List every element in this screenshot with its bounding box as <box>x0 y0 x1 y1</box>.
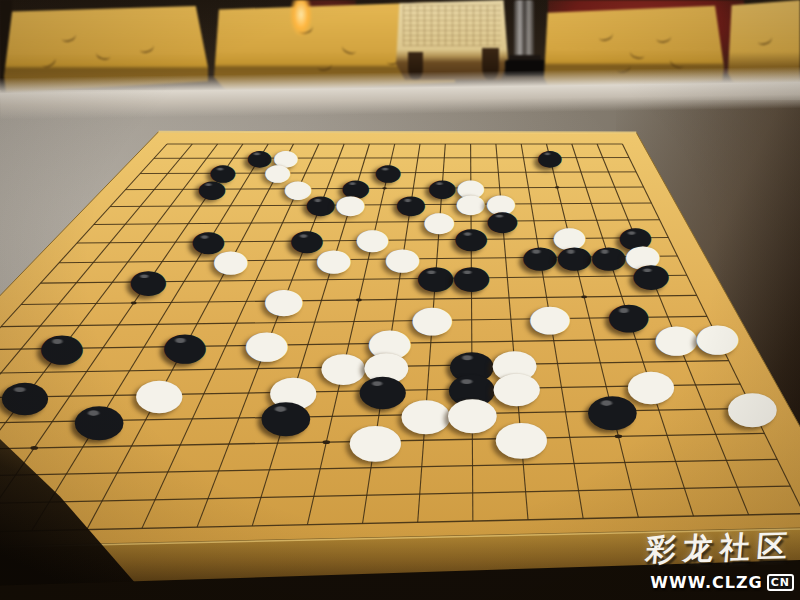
watermark: 彩龙社区 WWW.CLZG CN <box>646 528 794 592</box>
black-stone: ● <box>610 304 647 330</box>
stone-glint <box>427 271 435 275</box>
white-stone: ● <box>629 370 673 401</box>
stone-glint <box>300 234 307 238</box>
black-stone: ● <box>398 195 425 214</box>
stone-glint <box>275 407 286 412</box>
black-stone: ● <box>524 246 556 268</box>
black-stone: ● <box>132 269 165 292</box>
white-stone: ● <box>370 329 409 357</box>
white-stone: ● <box>215 249 247 271</box>
stone-glint <box>201 235 208 239</box>
stone-glint <box>53 339 62 344</box>
black-stone: ● <box>621 227 651 248</box>
white-stone: ● <box>698 324 737 352</box>
stone-glint <box>314 199 320 202</box>
stone-glint <box>436 182 442 185</box>
stone-glint <box>462 379 472 384</box>
black-stone: ● <box>451 350 492 379</box>
white-stone: ● <box>729 391 775 423</box>
stone-glint <box>496 215 503 218</box>
stone-glint <box>140 274 148 278</box>
black-stone: ● <box>211 165 235 182</box>
watermark-url: WWW.CLZG CN <box>646 573 794 592</box>
black-stone: ● <box>3 381 47 412</box>
stones-layer: ●●●●●●●●●●●●●●●●●●●●●●●●●●●●●●●●●●●●●●●●… <box>0 0 800 600</box>
stone-glint <box>463 270 471 274</box>
black-stone: ● <box>419 266 452 289</box>
stone-glint <box>372 380 382 385</box>
stone-glint <box>217 168 223 171</box>
white-stone: ● <box>351 423 399 457</box>
black-stone: ● <box>539 149 561 165</box>
watermark-cn-badge: CN <box>767 574 794 591</box>
white-stone: ● <box>137 378 181 409</box>
stone-glint <box>601 249 609 253</box>
black-stone: ● <box>430 179 455 197</box>
stone-glint <box>601 400 612 405</box>
stone-glint <box>15 387 25 392</box>
watermark-brand: 彩龙社区 <box>644 526 796 571</box>
white-stone: ● <box>488 194 515 213</box>
white-stone: ● <box>555 227 585 248</box>
black-stone: ● <box>248 150 270 166</box>
stone-glint <box>567 250 575 254</box>
black-stone: ● <box>593 245 625 267</box>
white-stone: ● <box>657 324 696 352</box>
stone-glint <box>464 232 471 236</box>
black-stone: ● <box>376 164 400 181</box>
black-stone: ● <box>343 179 368 197</box>
white-stone: ● <box>458 194 485 213</box>
white-stone: ● <box>247 331 286 359</box>
stone-glint <box>175 337 184 342</box>
white-stone: ● <box>266 288 301 313</box>
stone-glint <box>462 355 472 360</box>
stone-glint <box>532 250 540 254</box>
white-stone: ● <box>337 195 364 214</box>
black-stone: ● <box>76 404 122 436</box>
white-stone: ● <box>449 397 495 429</box>
stone-glint <box>88 410 99 415</box>
black-stone: ● <box>488 211 516 231</box>
stone-glint <box>350 183 356 186</box>
white-stone: ● <box>366 351 407 380</box>
white-stone: ● <box>286 179 311 197</box>
black-stone: ● <box>634 263 667 286</box>
white-stone: ● <box>495 372 539 403</box>
white-stone: ● <box>426 211 454 231</box>
black-stone: ● <box>165 332 204 360</box>
watermark-url-text: WWW.CLZG <box>650 573 762 592</box>
black-stone: ● <box>42 334 81 362</box>
white-stone: ● <box>494 349 535 378</box>
stone-glint <box>628 231 635 235</box>
black-stone: ● <box>361 374 405 405</box>
stone-glint <box>404 198 410 201</box>
white-stone: ● <box>403 398 449 430</box>
stone-glint <box>206 183 212 186</box>
black-stone: ● <box>450 373 494 404</box>
black-stone: ● <box>559 245 591 267</box>
white-stone: ● <box>458 179 483 197</box>
stone-glint <box>620 309 629 313</box>
black-stone: ● <box>455 266 488 289</box>
stone-glint <box>382 167 388 170</box>
white-stone: ● <box>275 150 297 166</box>
stone-glint <box>643 268 651 272</box>
white-stone: ● <box>266 164 290 181</box>
photo-stage: ●●●●●●●●●●●●●●●●●●●●●●●●●●●●●●●●●●●●●●●●… <box>0 0 800 600</box>
black-stone: ● <box>193 231 223 252</box>
black-stone: ● <box>263 400 309 432</box>
white-stone: ● <box>358 229 388 250</box>
white-stone: ● <box>323 352 364 381</box>
black-stone: ● <box>456 228 486 249</box>
stone-glint <box>544 153 549 156</box>
black-stone: ● <box>292 230 322 251</box>
white-stone: ● <box>497 420 545 454</box>
stone-glint <box>254 153 259 156</box>
white-stone: ● <box>318 248 350 270</box>
black-stone: ● <box>307 195 334 214</box>
white-stone: ● <box>271 376 315 407</box>
white-stone: ● <box>531 305 568 331</box>
black-stone: ● <box>589 394 635 426</box>
white-stone: ● <box>627 245 659 267</box>
white-stone: ● <box>387 247 419 269</box>
black-stone: ● <box>199 180 224 198</box>
white-stone: ● <box>414 307 451 333</box>
